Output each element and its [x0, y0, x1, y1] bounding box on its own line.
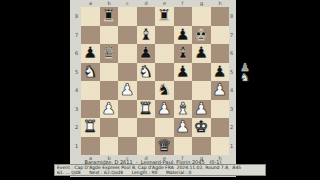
file-label-top-f: f [182, 1, 184, 6]
move-info: 61. ... Qd8 Next : 62.Qxd8 Length : 90 M… [57, 170, 263, 175]
square-c3[interactable] [118, 100, 137, 119]
black-pawn[interactable]: ♟ [194, 44, 208, 63]
square-b5[interactable] [100, 63, 119, 82]
square-e1[interactable]: ♛ [155, 137, 174, 156]
rank-label-right-1: 1 [230, 144, 233, 149]
square-g5[interactable] [192, 63, 211, 82]
file-label-top-d: d [145, 1, 148, 6]
white-pawn[interactable]: ♟ [157, 100, 171, 119]
square-f8[interactable] [174, 7, 193, 26]
black-bishop[interactable]: ♝ [139, 26, 153, 45]
black-rook[interactable]: ♜ [157, 7, 171, 26]
black-rook[interactable]: ♜ [102, 7, 116, 26]
square-c6[interactable] [118, 44, 137, 63]
white-pawn[interactable]: ♟ [194, 100, 208, 119]
white-knight[interactable]: ♞ [83, 63, 97, 82]
square-h8[interactable] [211, 7, 230, 26]
square-e5[interactable] [155, 63, 174, 82]
rank-label-right-3: 3 [230, 107, 233, 112]
rank-label-left-5: 5 [75, 70, 78, 75]
white-rook[interactable]: ♜ [139, 100, 153, 119]
square-h7[interactable] [211, 26, 230, 45]
square-d5[interactable]: ♞ [137, 63, 156, 82]
rank-label-right-4: 4 [230, 88, 233, 93]
knight-icon: ♞ [240, 73, 250, 83]
square-b6[interactable]: ♛ [100, 44, 119, 63]
rank-label-left-3: 3 [75, 107, 78, 112]
white-king[interactable]: ♚ [194, 118, 208, 137]
square-g3[interactable]: ♟ [192, 100, 211, 119]
square-f7[interactable]: ♟ [174, 26, 193, 45]
square-c8[interactable] [118, 7, 137, 26]
square-e2[interactable] [155, 118, 174, 137]
square-b3[interactable]: ♟ [100, 100, 119, 119]
file-label-top-h: h [219, 1, 222, 6]
black-king[interactable]: ♚ [194, 26, 208, 45]
white-pawn[interactable]: ♟ [120, 81, 134, 100]
rank-label-left-1: 1 [75, 144, 78, 149]
square-g1[interactable] [192, 137, 211, 156]
letterbox-right [236, 0, 320, 180]
white-knight[interactable]: ♞ [139, 63, 153, 82]
app-window: ♜♜♝♟♚♟♛♟♝♟♞♞♟♟♟♞♟♟♜♟♝♟♜♟♚♛ aabbccddeeffg… [0, 0, 320, 180]
square-h1[interactable] [211, 137, 230, 156]
black-knight[interactable]: ♞ [157, 81, 171, 100]
square-g6[interactable]: ♟ [192, 44, 211, 63]
black-pawn[interactable]: ♟ [213, 63, 227, 82]
square-d1[interactable] [137, 137, 156, 156]
file-label-top-e: e [163, 1, 166, 6]
white-rook[interactable]: ♜ [83, 118, 97, 137]
square-a6[interactable]: ♟ [81, 44, 100, 63]
square-e7[interactable] [155, 26, 174, 45]
file-label-top-a: a [89, 1, 92, 6]
white-pawn[interactable]: ♟ [176, 118, 190, 137]
square-g7[interactable]: ♚ [192, 26, 211, 45]
square-h4[interactable]: ♟ [211, 81, 230, 100]
square-b4[interactable] [100, 81, 119, 100]
square-a4[interactable] [81, 81, 100, 100]
square-d8[interactable] [137, 7, 156, 26]
rank-label-left-6: 6 [75, 51, 78, 56]
square-h2[interactable] [211, 118, 230, 137]
square-b8[interactable]: ♜ [100, 7, 119, 26]
white-pawn[interactable]: ♟ [102, 100, 116, 119]
square-b2[interactable] [100, 118, 119, 137]
square-a3[interactable] [81, 100, 100, 119]
rank-label-right-6: 6 [230, 51, 233, 56]
square-e6[interactable] [155, 44, 174, 63]
square-d7[interactable]: ♝ [137, 26, 156, 45]
material-tray: ♟♞ [238, 63, 252, 83]
black-pawn[interactable]: ♟ [176, 26, 190, 45]
black-pawn[interactable]: ♟ [139, 44, 153, 63]
rank-label-right-8: 8 [230, 14, 233, 19]
square-g4[interactable] [192, 81, 211, 100]
black-pawn[interactable]: ♟ [176, 63, 190, 82]
square-f1[interactable] [174, 137, 193, 156]
square-f2[interactable]: ♟ [174, 118, 193, 137]
square-a7[interactable] [81, 26, 100, 45]
rank-label-left-8: 8 [75, 14, 78, 19]
board-area: ♜♜♝♟♚♟♛♟♝♟♞♞♟♟♟♞♟♟♜♟♝♟♜♟♚♛ aabbccddeeffg… [70, 0, 236, 177]
rank-label-left-4: 4 [75, 88, 78, 93]
white-bishop[interactable]: ♝ [176, 100, 190, 119]
square-e4[interactable]: ♞ [155, 81, 174, 100]
file-label-top-c: c [126, 1, 129, 6]
square-e8[interactable]: ♜ [155, 7, 174, 26]
square-d6[interactable]: ♟ [137, 44, 156, 63]
square-a8[interactable] [81, 7, 100, 26]
square-c1[interactable] [118, 137, 137, 156]
square-e3[interactable]: ♟ [155, 100, 174, 119]
square-a1[interactable] [81, 137, 100, 156]
square-a2[interactable]: ♜ [81, 118, 100, 137]
square-h3[interactable] [211, 100, 230, 119]
rank-label-left-7: 7 [75, 33, 78, 38]
square-b1[interactable] [100, 137, 119, 156]
rank-label-right-2: 2 [230, 125, 233, 130]
square-g2[interactable]: ♚ [192, 118, 211, 137]
rank-label-right-5: 5 [230, 70, 233, 75]
game-info-panel: Event : Cap D'Agde Express Pool B, Cap d… [54, 164, 266, 176]
square-c4[interactable]: ♟ [118, 81, 137, 100]
square-f4[interactable] [174, 81, 193, 100]
black-queen[interactable]: ♛ [102, 44, 116, 63]
square-f5[interactable]: ♟ [174, 63, 193, 82]
square-d3[interactable]: ♜ [137, 100, 156, 119]
square-b7[interactable] [100, 26, 119, 45]
square-a5[interactable]: ♞ [81, 63, 100, 82]
square-h6[interactable] [211, 44, 230, 63]
rank-label-left-2: 2 [75, 125, 78, 130]
rank-label-right-7: 7 [230, 33, 233, 38]
white-pawn[interactable]: ♟ [213, 81, 227, 100]
square-c2[interactable] [118, 118, 137, 137]
square-g8[interactable] [192, 7, 211, 26]
square-c7[interactable] [118, 26, 137, 45]
square-f6[interactable]: ♝ [174, 44, 193, 63]
square-d4[interactable] [137, 81, 156, 100]
square-d2[interactable] [137, 118, 156, 137]
chess-board[interactable]: ♜♜♝♟♚♟♛♟♝♟♞♞♟♟♟♞♟♟♜♟♝♟♜♟♚♛ [81, 7, 229, 155]
square-f3[interactable]: ♝ [174, 100, 193, 119]
file-label-top-g: g [200, 1, 203, 6]
white-queen[interactable]: ♛ [157, 137, 171, 156]
black-pawn[interactable]: ♟ [83, 44, 97, 63]
file-label-top-b: b [108, 1, 111, 6]
black-bishop[interactable]: ♝ [176, 44, 190, 63]
letterbox-left [0, 0, 70, 180]
square-h5[interactable]: ♟ [211, 63, 230, 82]
square-c5[interactable] [118, 63, 137, 82]
